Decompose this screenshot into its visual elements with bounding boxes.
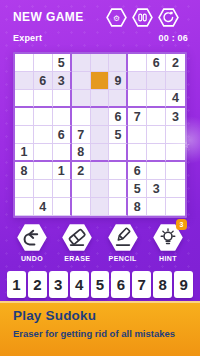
cell-r2c9[interactable] [166,72,185,90]
cell-r5c3[interactable]: 6 [53,126,72,144]
undo-label: UNDO [21,255,43,262]
cell-r4c8[interactable] [147,108,166,126]
cell-r6c8[interactable] [147,144,166,162]
cell-r1c1[interactable] [15,54,34,72]
cell-r1c6[interactable] [109,54,128,72]
cell-r2c8[interactable] [147,72,166,90]
cell-r1c2[interactable] [34,54,53,72]
cell-r7c5[interactable] [91,162,110,180]
numkey-4[interactable]: 4 [70,271,89,298]
sudoku-app: NEW GAME ⚙ Expert 00 : 06 5 [0,0,200,356]
svg-text:⚙: ⚙ [113,13,120,22]
numkey-8[interactable]: 8 [153,271,172,298]
pause-icon [132,8,153,27]
cell-r8c8[interactable]: 3 [147,180,166,198]
cell-r8c7[interactable]: 5 [128,180,147,198]
cell-r5c7[interactable] [128,126,147,144]
banner-subtitle: Eraser for getting rid of all mistakes [13,328,187,339]
cell-r4c1[interactable] [15,108,34,126]
cell-r8c2[interactable] [34,180,53,198]
numkey-1[interactable]: 1 [7,271,26,298]
restart-icon [158,8,179,27]
cell-r2c5[interactable] [91,72,110,90]
action-bar: UNDO ERASE [0,223,200,262]
undo-button[interactable]: UNDO [15,223,49,262]
cell-r2c7[interactable] [128,72,147,90]
gear-icon: ⚙ [106,8,127,27]
eraser-icon [61,223,93,252]
cell-r6c6[interactable] [109,144,128,162]
cell-r5c5[interactable] [91,126,110,144]
cell-r8c3[interactable] [53,180,72,198]
cell-r9c6[interactable] [109,198,128,216]
pencil-label: PENCIL [109,255,137,262]
cell-r7c7[interactable]: 6 [128,162,147,180]
cell-r9c7[interactable]: 8 [128,198,147,216]
numkey-7[interactable]: 7 [132,271,151,298]
cell-r5c4[interactable]: 7 [72,126,91,144]
cell-r8c1[interactable] [15,180,34,198]
cell-r4c6[interactable]: 6 [109,108,128,126]
pencil-button[interactable]: PENCIL [106,223,140,262]
cell-r9c1[interactable] [15,198,34,216]
erase-label: ERASE [64,255,90,262]
cell-r5c2[interactable] [34,126,53,144]
cell-r4c3[interactable] [53,108,72,126]
numkey-6[interactable]: 6 [111,271,130,298]
ad-banner[interactable]: Play Sudoku Eraser for getting rid of al… [0,301,200,356]
cell-r4c5[interactable] [91,108,110,126]
restart-button[interactable] [158,8,179,27]
numkey-5[interactable]: 5 [91,271,110,298]
cell-r2c4[interactable] [72,72,91,90]
cell-r2c3[interactable]: 3 [53,72,72,90]
cell-r6c5[interactable] [91,144,110,162]
cell-r5c6[interactable]: 5 [109,126,128,144]
settings-button[interactable]: ⚙ [106,8,127,27]
cell-r2c1[interactable] [15,72,34,90]
cell-r7c8[interactable] [147,162,166,180]
page-title: NEW GAME [13,10,101,24]
cell-r6c7[interactable] [128,144,147,162]
cell-r6c2[interactable] [34,144,53,162]
pencil-icon [107,223,139,252]
cell-r5c1[interactable] [15,126,34,144]
cell-r6c3[interactable] [53,144,72,162]
number-pad: 123456789 [7,271,193,298]
cell-r7c6[interactable] [109,162,128,180]
cell-r2c6[interactable]: 9 [109,72,128,90]
undo-arrow-icon [16,223,48,252]
cell-r3c2[interactable] [34,90,53,108]
cell-r5c9[interactable] [166,126,185,144]
difficulty-label: Expert [13,33,42,43]
cell-r4c4[interactable] [72,108,91,126]
cell-r3c8[interactable] [147,90,166,108]
cell-r1c5[interactable] [91,54,110,72]
numkey-3[interactable]: 3 [49,271,68,298]
cell-r9c5[interactable] [91,198,110,216]
cell-r2c2[interactable]: 6 [34,72,53,90]
header: NEW GAME ⚙ [0,0,200,30]
hint-button[interactable]: 3 HINT [151,223,185,262]
cell-r4c7[interactable]: 7 [128,108,147,126]
cell-r8c9[interactable] [166,180,185,198]
cell-r1c8[interactable]: 6 [147,54,166,72]
cell-r1c3[interactable]: 5 [53,54,72,72]
cell-r3c5[interactable] [91,90,110,108]
timer: 00 : 06 [159,33,188,43]
hint-count-badge: 3 [176,219,187,230]
cell-r9c4[interactable] [72,198,91,216]
banner-title: Play Sudoku [13,308,187,323]
cell-r5c8[interactable] [147,126,166,144]
cell-r3c9[interactable]: 4 [166,90,185,108]
pause-button[interactable] [132,8,153,27]
cell-r3c7[interactable] [128,90,147,108]
cell-r8c6[interactable] [109,180,128,198]
erase-button[interactable]: ERASE [60,223,94,262]
cell-r4c9[interactable]: 3 [166,108,185,126]
cell-r3c1[interactable] [15,90,34,108]
cell-r9c2[interactable]: 4 [34,198,53,216]
cell-r7c2[interactable] [34,162,53,180]
cell-r3c4[interactable] [72,90,91,108]
cell-r8c4[interactable] [72,180,91,198]
cell-r1c4[interactable] [72,54,91,72]
cell-r3c6[interactable] [109,90,128,108]
cell-r7c3[interactable]: 1 [53,162,72,180]
numkey-2[interactable]: 2 [28,271,47,298]
cell-r1c9[interactable]: 2 [166,54,185,72]
cell-r9c9[interactable] [166,198,185,216]
status-bar: Expert 00 : 06 [13,33,188,43]
cell-r8c5[interactable] [91,180,110,198]
numkey-9[interactable]: 9 [174,271,193,298]
sudoku-board: 56263946736751881265348 [13,52,187,218]
cell-r6c4[interactable]: 8 [72,144,91,162]
cell-r1c7[interactable] [128,54,147,72]
cell-r7c1[interactable]: 8 [15,162,34,180]
cell-r6c9[interactable] [166,144,185,162]
cell-r4c2[interactable] [34,108,53,126]
cell-r9c3[interactable] [53,198,72,216]
cell-r9c8[interactable] [147,198,166,216]
cell-r6c1[interactable]: 1 [15,144,34,162]
cell-r3c3[interactable] [53,90,72,108]
cell-r7c4[interactable]: 2 [72,162,91,180]
cell-r7c9[interactable] [166,162,185,180]
hint-label: HINT [159,255,177,262]
